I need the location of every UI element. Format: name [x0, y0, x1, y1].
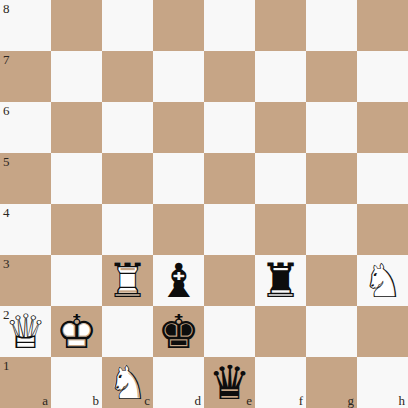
rank-label-3: 3	[3, 257, 10, 270]
piece-black-king[interactable]: ♚	[153, 306, 204, 357]
rank-label-8: 8	[3, 2, 10, 15]
square-h3[interactable]: ♞♘	[357, 255, 408, 306]
square-g5[interactable]	[306, 153, 357, 204]
piece-white-queen[interactable]: ♛♕	[0, 306, 51, 357]
square-g1[interactable]: g	[306, 357, 357, 408]
square-a3[interactable]: 3	[0, 255, 51, 306]
square-b5[interactable]	[51, 153, 102, 204]
piece-white-knight[interactable]: ♞♘	[357, 255, 408, 306]
square-f8[interactable]	[255, 0, 306, 51]
rank-label-4: 4	[3, 206, 10, 219]
white-king-icon: ♔	[51, 306, 102, 357]
piece-black-bishop[interactable]: ♝	[153, 255, 204, 306]
square-b1[interactable]: b	[51, 357, 102, 408]
white-knight-icon: ♘	[357, 255, 408, 306]
black-king-icon: ♚	[153, 306, 204, 357]
square-d6[interactable]	[153, 102, 204, 153]
file-label-b: b	[93, 394, 100, 407]
square-c7[interactable]	[102, 51, 153, 102]
square-h1[interactable]: h	[357, 357, 408, 408]
piece-black-rook[interactable]: ♜	[255, 255, 306, 306]
square-b3[interactable]	[51, 255, 102, 306]
square-c4[interactable]	[102, 204, 153, 255]
square-b7[interactable]	[51, 51, 102, 102]
square-e4[interactable]	[204, 204, 255, 255]
piece-black-queen[interactable]: ♛	[204, 357, 255, 408]
square-a8[interactable]: 8	[0, 0, 51, 51]
square-d5[interactable]	[153, 153, 204, 204]
rank-label-5: 5	[3, 155, 10, 168]
chess-board: 876543♜♖♝♜♞♘2♛♕♚♔♚1abc♞♘de♛fgh	[0, 0, 408, 408]
square-e6[interactable]	[204, 102, 255, 153]
square-c3[interactable]: ♜♖	[102, 255, 153, 306]
square-e7[interactable]	[204, 51, 255, 102]
square-h6[interactable]	[357, 102, 408, 153]
square-g6[interactable]	[306, 102, 357, 153]
square-g8[interactable]	[306, 0, 357, 51]
square-d3[interactable]: ♝	[153, 255, 204, 306]
black-rook-icon: ♜	[255, 255, 306, 306]
square-g4[interactable]	[306, 204, 357, 255]
square-a4[interactable]: 4	[0, 204, 51, 255]
rank-label-6: 6	[3, 104, 10, 117]
square-e2[interactable]	[204, 306, 255, 357]
black-queen-icon: ♛	[204, 357, 255, 408]
square-a1[interactable]: 1a	[0, 357, 51, 408]
square-c2[interactable]	[102, 306, 153, 357]
square-e5[interactable]	[204, 153, 255, 204]
white-knight-icon: ♘	[102, 357, 153, 408]
square-f6[interactable]	[255, 102, 306, 153]
piece-white-knight[interactable]: ♞♘	[102, 357, 153, 408]
file-label-f: f	[299, 394, 303, 407]
square-a5[interactable]: 5	[0, 153, 51, 204]
square-h7[interactable]	[357, 51, 408, 102]
square-e3[interactable]	[204, 255, 255, 306]
square-g2[interactable]	[306, 306, 357, 357]
square-g3[interactable]	[306, 255, 357, 306]
square-a2[interactable]: 2♛♕	[0, 306, 51, 357]
square-h4[interactable]	[357, 204, 408, 255]
square-d8[interactable]	[153, 0, 204, 51]
file-label-g: g	[348, 394, 355, 407]
square-h5[interactable]	[357, 153, 408, 204]
white-queen-icon: ♕	[0, 306, 51, 357]
black-bishop-icon: ♝	[153, 255, 204, 306]
square-f7[interactable]	[255, 51, 306, 102]
white-rook-icon: ♖	[102, 255, 153, 306]
square-d2[interactable]: ♚	[153, 306, 204, 357]
square-b8[interactable]	[51, 0, 102, 51]
file-label-a: a	[42, 394, 48, 407]
square-d7[interactable]	[153, 51, 204, 102]
square-f5[interactable]	[255, 153, 306, 204]
square-d4[interactable]	[153, 204, 204, 255]
square-a7[interactable]: 7	[0, 51, 51, 102]
square-d1[interactable]: d	[153, 357, 204, 408]
square-g7[interactable]	[306, 51, 357, 102]
square-c1[interactable]: c♞♘	[102, 357, 153, 408]
square-h2[interactable]	[357, 306, 408, 357]
rank-label-1: 1	[3, 359, 10, 372]
piece-white-king[interactable]: ♚♔	[51, 306, 102, 357]
rank-label-7: 7	[3, 53, 10, 66]
square-a6[interactable]: 6	[0, 102, 51, 153]
file-label-h: h	[399, 394, 406, 407]
square-b6[interactable]	[51, 102, 102, 153]
piece-white-rook[interactable]: ♜♖	[102, 255, 153, 306]
square-f2[interactable]	[255, 306, 306, 357]
square-c5[interactable]	[102, 153, 153, 204]
square-b2[interactable]: ♚♔	[51, 306, 102, 357]
square-c6[interactable]	[102, 102, 153, 153]
square-h8[interactable]	[357, 0, 408, 51]
file-label-d: d	[195, 394, 202, 407]
square-c8[interactable]	[102, 0, 153, 51]
square-f3[interactable]: ♜	[255, 255, 306, 306]
square-b4[interactable]	[51, 204, 102, 255]
square-f1[interactable]: f	[255, 357, 306, 408]
square-f4[interactable]	[255, 204, 306, 255]
square-e8[interactable]	[204, 0, 255, 51]
square-e1[interactable]: e♛	[204, 357, 255, 408]
